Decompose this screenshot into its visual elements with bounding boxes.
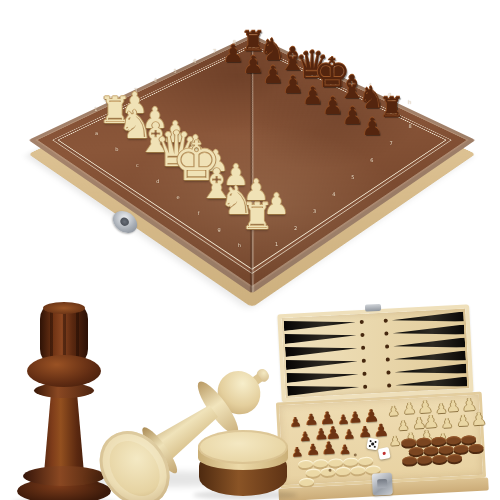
- stored-light-piece: ♟: [441, 416, 453, 430]
- open-game-box: ♟♟♟♟♟♟♟♟♟♟♟♟♟♟♟♟ ♟♟♟♟♟♟♟♟♟♟♟♟♟♟♟♟: [272, 303, 490, 500]
- backgammon-dot: [361, 346, 365, 350]
- stored-dark-checker: [453, 444, 468, 453]
- stored-dark-piece: ♟: [306, 442, 320, 458]
- die-showing-1: [378, 447, 391, 460]
- die-pip: [373, 445, 376, 448]
- backgammon-dot: [386, 357, 390, 361]
- die-showing-5: [366, 438, 379, 451]
- stored-light-checker: [328, 458, 343, 467]
- backgammon-point: [394, 363, 466, 377]
- stored-dark-checker: [401, 438, 416, 447]
- board-coordinate: g: [388, 91, 391, 96]
- stored-dark-checker: [417, 455, 432, 464]
- die-pip: [368, 445, 371, 448]
- stored-dark-checker: [461, 435, 476, 444]
- stored-dark-checker: [408, 447, 423, 456]
- stored-light-piece: ♟: [456, 413, 470, 429]
- board-coordinate: e: [349, 74, 352, 79]
- backgammon-dot: [384, 332, 388, 336]
- stored-dark-piece: ♟: [321, 439, 337, 457]
- stored-dark-checker: [468, 444, 483, 453]
- board-coordinate: h: [408, 100, 411, 105]
- backgammon-point: [392, 325, 464, 339]
- stored-light-checker: [313, 459, 328, 468]
- backgammon-dot: [360, 333, 364, 337]
- backgammon-point: [286, 369, 358, 383]
- stored-dark-checker: [431, 437, 446, 446]
- backgammon-point: [287, 382, 359, 396]
- stored-dark-checker: [416, 437, 431, 446]
- backgammon-point: [285, 343, 357, 357]
- backgammon-point: [394, 351, 466, 365]
- backgammon-point: [284, 317, 356, 331]
- backgammon-point: [391, 312, 463, 326]
- stored-light-checker: [343, 457, 358, 466]
- product-photo: aa11bb22cc33dd44ee55ff66gg77hh88♜♞♝♛♚♝♞♜…: [0, 0, 500, 500]
- checkers-stack: [185, 428, 303, 500]
- backgammon-dot: [362, 359, 366, 363]
- board-coordinate: f: [369, 82, 371, 87]
- board-coordinate: b: [290, 47, 293, 52]
- stored-dark-checker: [447, 454, 462, 463]
- stored-light-checker: [350, 466, 365, 475]
- box-lid-backgammon: [277, 304, 473, 402]
- hinge-icon: [365, 304, 381, 312]
- dark-king-crown: [40, 306, 88, 362]
- stored-dark-piece: ♟: [339, 443, 351, 457]
- backgammon-point: [286, 356, 358, 370]
- dice: [367, 437, 398, 467]
- backgammon-dot: [387, 383, 391, 387]
- dark-king-crown-top: [43, 302, 85, 314]
- backgammon-dot: [384, 319, 388, 323]
- board-fold-seam: [28, 35, 475, 294]
- backgammon-dot: [363, 385, 367, 389]
- die-pip: [374, 440, 377, 443]
- backgammon-dot: [385, 345, 389, 349]
- light-checker-top: [198, 430, 288, 464]
- backgammon-left-half: [284, 315, 376, 397]
- backgammon-dot: [360, 320, 364, 324]
- stored-dark-piece: ♟: [290, 415, 302, 429]
- die-pip: [383, 452, 386, 455]
- stored-dark-piece: ♟: [343, 427, 355, 441]
- stored-dark-checker: [432, 455, 447, 464]
- stored-light-checker: [335, 467, 350, 476]
- peg-hole: [354, 453, 357, 456]
- backgammon-point: [395, 376, 467, 390]
- stored-dark-checker: [423, 446, 438, 455]
- stored-light-piece: ♟: [471, 411, 487, 429]
- board-coordinate: c: [310, 56, 313, 61]
- stored-light-piece: ♟: [387, 404, 399, 418]
- stored-light-checker: [305, 468, 320, 477]
- peg-hole: [328, 469, 331, 472]
- backgammon-point: [284, 330, 356, 344]
- stored-dark-checker: [438, 445, 453, 454]
- backgammon-point: [393, 338, 465, 352]
- board-coordinate: d: [329, 65, 332, 70]
- backgammon-dot: [362, 372, 366, 376]
- stored-dark-checkers: [401, 435, 483, 479]
- stored-dark-checker: [402, 456, 417, 465]
- backgammon-dot: [386, 370, 390, 374]
- backgammon-right-half: [375, 311, 467, 393]
- box-clasp: [372, 473, 393, 496]
- chess-board: [28, 35, 475, 294]
- stored-dark-checker: [446, 436, 461, 445]
